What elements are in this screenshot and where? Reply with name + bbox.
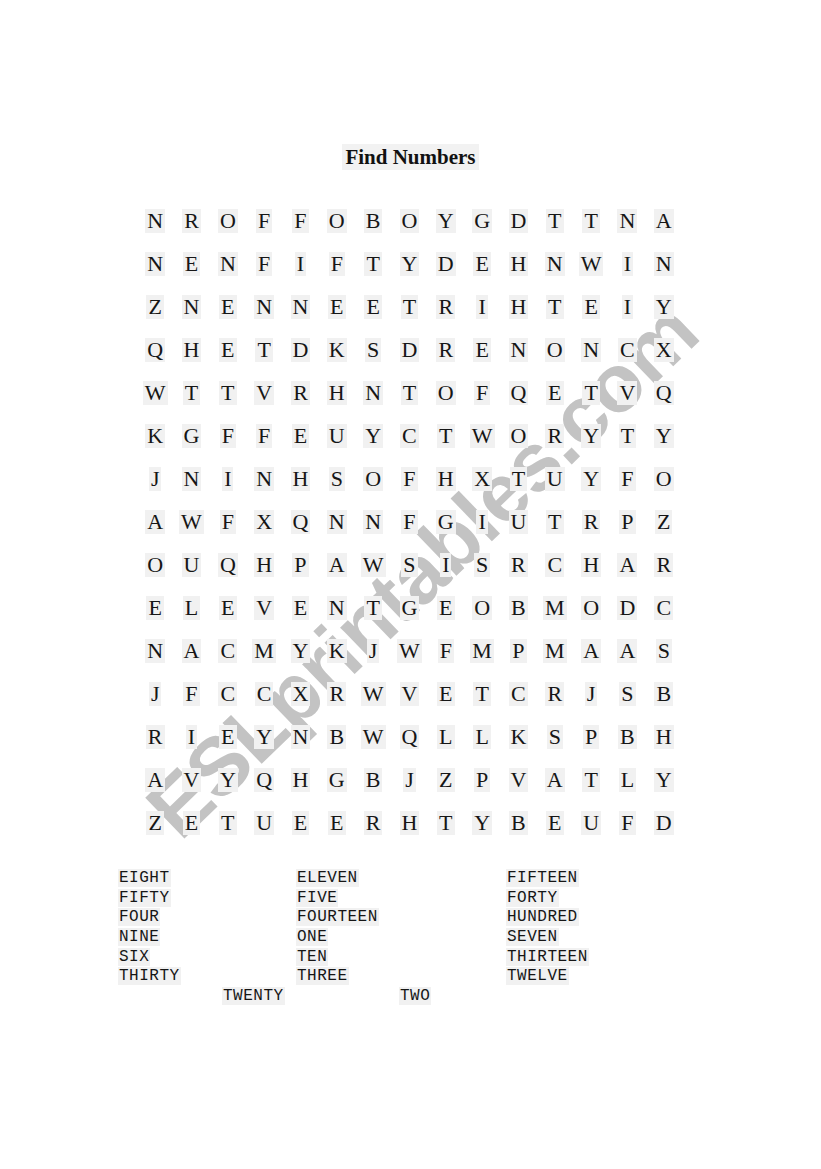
grid-cell[interactable]: H (282, 758, 318, 801)
cell-letter: J (149, 467, 162, 491)
grid-cell[interactable]: B (500, 586, 536, 629)
grid-cell[interactable]: T (428, 801, 464, 844)
grid-cell[interactable]: Y (646, 758, 682, 801)
grid-cell[interactable]: C (246, 672, 282, 715)
cell-letter: T (510, 467, 527, 491)
grid-cell[interactable]: I (464, 285, 500, 328)
cell-letter: B (364, 209, 383, 233)
cell-letter: C (400, 424, 419, 448)
grid-cell[interactable]: S (464, 543, 500, 586)
grid-cell[interactable]: J (137, 672, 173, 715)
grid-cell[interactable]: R (573, 500, 609, 543)
grid-cell[interactable]: A (646, 199, 682, 242)
grid-cell[interactable]: Y (464, 801, 500, 844)
cell-letter: W (579, 252, 604, 276)
grid-cell[interactable]: D (500, 199, 536, 242)
grid-cell[interactable]: N (173, 285, 209, 328)
grid-cell[interactable]: B (500, 801, 536, 844)
grid-cell[interactable]: E (173, 242, 209, 285)
grid-cell[interactable]: O (391, 199, 427, 242)
grid-cell[interactable]: E (573, 285, 609, 328)
grid-cell[interactable]: Y (210, 758, 246, 801)
grid-cell[interactable]: H (573, 543, 609, 586)
grid-cell[interactable]: T (609, 414, 645, 457)
cell-letter: E (473, 252, 490, 276)
grid-cell[interactable]: J (573, 672, 609, 715)
grid-cell[interactable]: S (646, 629, 682, 672)
grid-cell[interactable]: X (246, 500, 282, 543)
grid-cell[interactable]: H (319, 371, 355, 414)
grid-cell[interactable]: N (319, 500, 355, 543)
cell-letter: T (437, 424, 454, 448)
grid-cell[interactable]: M (537, 629, 573, 672)
grid-cell[interactable]: N (282, 715, 318, 758)
cell-letter: E (219, 596, 236, 620)
grid-cell[interactable]: R (428, 285, 464, 328)
grid-cell[interactable]: L (464, 715, 500, 758)
grid-cell[interactable]: S (355, 328, 391, 371)
grid-cell[interactable]: Q (646, 371, 682, 414)
grid-cell[interactable]: C (646, 586, 682, 629)
grid-cell[interactable]: G (464, 199, 500, 242)
word-list-row: FIVE (296, 889, 379, 909)
grid-cell[interactable]: V (246, 371, 282, 414)
cell-letter: A (545, 768, 565, 792)
grid-cell[interactable]: T (391, 371, 427, 414)
cell-letter: W (361, 725, 386, 749)
cell-letter: T (546, 510, 563, 534)
grid-cell[interactable]: C (609, 328, 645, 371)
cell-letter: T (546, 295, 563, 319)
grid-cell[interactable]: F (210, 414, 246, 457)
grid-cell[interactable]: F (173, 672, 209, 715)
word-item: ONE (296, 928, 328, 946)
grid-cell[interactable]: T (537, 285, 573, 328)
grid-cell[interactable]: M (537, 586, 573, 629)
cell-letter: I (476, 295, 487, 319)
grid-cell[interactable]: Q (282, 500, 318, 543)
word-item: FOURTEEN (296, 908, 379, 926)
grid-cell[interactable]: F (210, 500, 246, 543)
grid-cell[interactable]: N (137, 242, 173, 285)
grid-cell[interactable]: G (428, 500, 464, 543)
grid-cell[interactable]: T (391, 285, 427, 328)
grid-cell[interactable]: E (210, 285, 246, 328)
grid-cell[interactable]: T (210, 371, 246, 414)
cell-letter: J (403, 768, 416, 792)
grid-cell[interactable]: V (246, 586, 282, 629)
grid-cell[interactable]: F (282, 199, 318, 242)
grid-cell[interactable]: G (391, 586, 427, 629)
cell-letter: G (327, 768, 347, 792)
cell-letter: E (473, 338, 490, 362)
grid-cell[interactable]: Z (137, 285, 173, 328)
grid-cell[interactable]: F (609, 457, 645, 500)
grid-cell[interactable]: N (246, 285, 282, 328)
grid-cell[interactable]: K (500, 715, 536, 758)
grid-cell[interactable]: E (282, 801, 318, 844)
grid-cell[interactable]: K (319, 328, 355, 371)
grid-cell[interactable]: I (210, 457, 246, 500)
word-list-column-2: ELEVENFIVEFOURTEENONETENTHREE (296, 869, 379, 987)
grid-cell[interactable]: A (137, 500, 173, 543)
grid-cell[interactable]: T (464, 672, 500, 715)
grid-cell[interactable]: B (319, 715, 355, 758)
grid-cell[interactable]: W (355, 715, 391, 758)
word-list-row: FOUR (118, 908, 181, 928)
grid-cell[interactable]: O (646, 457, 682, 500)
cell-letter: T (619, 424, 636, 448)
grid-cell[interactable]: B (609, 715, 645, 758)
grid-cell[interactable]: Q (246, 758, 282, 801)
grid-cell[interactable]: Y (246, 715, 282, 758)
grid-cell[interactable]: G (173, 414, 209, 457)
grid-cell[interactable]: C (500, 672, 536, 715)
grid-cell[interactable]: O (500, 414, 536, 457)
cell-letter: Y (581, 467, 601, 491)
grid-cell[interactable]: T (355, 586, 391, 629)
grid-cell[interactable]: G (319, 758, 355, 801)
grid-cell[interactable]: E (137, 586, 173, 629)
grid-cell[interactable]: H (500, 285, 536, 328)
cell-letter: I (222, 467, 233, 491)
grid-cell[interactable]: U (537, 457, 573, 500)
grid-cell[interactable]: Z (137, 801, 173, 844)
word-item: FORTY (506, 889, 559, 907)
grid-cell[interactable]: P (464, 758, 500, 801)
grid-cell[interactable]: V (173, 758, 209, 801)
grid-cell[interactable]: X (646, 328, 682, 371)
cell-letter: F (220, 510, 236, 534)
grid-cell[interactable]: E (537, 371, 573, 414)
grid-cell[interactable]: F (246, 414, 282, 457)
grid-cell[interactable]: N (537, 242, 573, 285)
grid-cell[interactable]: D (428, 242, 464, 285)
cell-letter: F (401, 467, 417, 491)
cell-letter: U (581, 811, 601, 835)
grid-cell[interactable]: R (173, 199, 209, 242)
grid-cell[interactable]: Y (573, 414, 609, 457)
grid-cell[interactable]: T (573, 758, 609, 801)
grid-cell[interactable]: Y (646, 414, 682, 457)
cell-letter: B (327, 725, 346, 749)
grid-cell[interactable]: W (137, 371, 173, 414)
grid-cell[interactable]: J (137, 457, 173, 500)
cell-letter: O (400, 209, 420, 233)
grid-cell[interactable]: R (500, 543, 536, 586)
grid-cell[interactable]: E (210, 586, 246, 629)
cell-letter: S (365, 338, 381, 362)
grid-cell[interactable]: N (210, 242, 246, 285)
grid-cell[interactable]: T (537, 199, 573, 242)
grid-cell[interactable]: D (282, 328, 318, 371)
grid-cell[interactable]: C (210, 629, 246, 672)
grid-cell[interactable]: E (319, 285, 355, 328)
grid-cell[interactable]: E (464, 328, 500, 371)
cell-letter: H (654, 725, 674, 749)
cell-letter: H (254, 553, 274, 577)
grid-cell[interactable]: U (573, 801, 609, 844)
grid-cell[interactable]: F (319, 242, 355, 285)
grid-cell[interactable]: D (646, 801, 682, 844)
grid-cell[interactable]: P (573, 715, 609, 758)
grid-cell[interactable]: W (391, 629, 427, 672)
grid-cell[interactable]: O (319, 199, 355, 242)
grid-cell[interactable]: C (210, 672, 246, 715)
grid-cell[interactable]: A (173, 629, 209, 672)
grid-cell[interactable]: N (246, 457, 282, 500)
grid-cell[interactable]: A (573, 629, 609, 672)
grid-cell[interactable]: B (646, 672, 682, 715)
grid-cell[interactable]: O (428, 371, 464, 414)
grid-cell[interactable]: E (355, 285, 391, 328)
grid-cell[interactable]: N (173, 457, 209, 500)
grid-cell[interactable]: E (319, 801, 355, 844)
grid-cell[interactable]: T (246, 328, 282, 371)
grid-cell[interactable]: T (573, 199, 609, 242)
word-item: HUNDRED (506, 908, 579, 926)
cell-letter: C (618, 338, 637, 362)
grid-cell[interactable]: E (428, 672, 464, 715)
cell-letter: T (183, 381, 200, 405)
grid-cell[interactable]: N (282, 285, 318, 328)
cell-letter: T (219, 811, 236, 835)
grid-cell[interactable]: N (646, 242, 682, 285)
grid-cell[interactable]: N (355, 500, 391, 543)
grid-cell[interactable]: E (210, 328, 246, 371)
grid-cell[interactable]: E (537, 801, 573, 844)
grid-cell[interactable]: C (391, 414, 427, 457)
grid-cell[interactable]: S (609, 672, 645, 715)
grid-cell[interactable]: R (137, 715, 173, 758)
cell-letter: A (581, 639, 601, 663)
grid-cell[interactable]: B (355, 758, 391, 801)
grid-cell[interactable]: V (391, 672, 427, 715)
grid-cell[interactable]: X (464, 457, 500, 500)
cell-letter: Y (291, 639, 311, 663)
grid-cell[interactable]: T (537, 500, 573, 543)
grid-cell[interactable]: P (609, 500, 645, 543)
grid-cell[interactable]: D (609, 586, 645, 629)
cell-letter: E (292, 596, 309, 620)
grid-cell[interactable]: E (210, 715, 246, 758)
grid-cell[interactable]: R (537, 414, 573, 457)
grid-cell[interactable]: N (609, 199, 645, 242)
grid-cell[interactable]: U (246, 801, 282, 844)
cell-letter: Q (145, 338, 165, 362)
grid-cell[interactable]: R (355, 801, 391, 844)
grid-cell[interactable]: M (246, 629, 282, 672)
cell-letter: P (583, 725, 599, 749)
grid-cell[interactable]: V (609, 371, 645, 414)
grid-cell[interactable]: S (319, 457, 355, 500)
grid-cell[interactable]: E (282, 414, 318, 457)
grid-cell[interactable]: H (282, 457, 318, 500)
grid-cell[interactable]: W (573, 242, 609, 285)
grid-cell[interactable]: F (391, 457, 427, 500)
grid-cell[interactable]: N (355, 371, 391, 414)
grid-cell[interactable]: O (573, 586, 609, 629)
grid-cell[interactable]: T (355, 242, 391, 285)
grid-cell[interactable]: Y (573, 457, 609, 500)
grid-cell[interactable]: O (137, 543, 173, 586)
grid-cell[interactable]: T (500, 457, 536, 500)
cell-letter: T (219, 381, 236, 405)
grid-cell[interactable]: T (428, 414, 464, 457)
grid-cell[interactable]: F (246, 199, 282, 242)
grid-cell[interactable]: H (428, 457, 464, 500)
grid-cell[interactable]: X (282, 672, 318, 715)
grid-cell[interactable]: F (609, 801, 645, 844)
word-list-row: ELEVEN (296, 869, 379, 889)
grid-cell[interactable]: W (464, 414, 500, 457)
grid-cell[interactable]: L (173, 586, 209, 629)
cell-letter: H (400, 811, 420, 835)
grid-cell[interactable]: P (500, 629, 536, 672)
grid-cell[interactable]: H (173, 328, 209, 371)
cell-letter: W (143, 381, 168, 405)
cell-letter: E (219, 295, 236, 319)
grid-cell[interactable]: L (428, 715, 464, 758)
grid-cell[interactable]: U (319, 414, 355, 457)
cell-letter: M (252, 639, 276, 663)
grid-cell[interactable]: A (537, 758, 573, 801)
grid-cell[interactable]: Y (282, 629, 318, 672)
grid-cell[interactable]: P (282, 543, 318, 586)
cell-letter: N (182, 295, 202, 319)
grid-cell[interactable]: E (428, 586, 464, 629)
grid-cell[interactable]: D (391, 328, 427, 371)
cell-letter: C (218, 682, 237, 706)
grid-cell[interactable]: Q (500, 371, 536, 414)
grid-cell[interactable]: O (464, 586, 500, 629)
grid-cell[interactable]: F (464, 371, 500, 414)
word-list: EIGHTFIFTYFOURNINESIXTHIRTY ELEVENFIVEFO… (118, 869, 678, 1019)
grid-cell[interactable]: O (537, 328, 573, 371)
grid-cell[interactable]: Q (210, 543, 246, 586)
grid-cell[interactable]: H (391, 801, 427, 844)
grid-cell[interactable]: I (428, 543, 464, 586)
cell-letter: Z (437, 768, 454, 792)
grid-cell[interactable]: V (500, 758, 536, 801)
grid-cell[interactable]: I (609, 242, 645, 285)
grid-cell[interactable]: L (609, 758, 645, 801)
grid-cell[interactable]: F (428, 629, 464, 672)
grid-cell[interactable]: A (609, 543, 645, 586)
grid-cell[interactable]: Y (428, 199, 464, 242)
grid-cell[interactable]: Y (391, 242, 427, 285)
word-item: THIRTEEN (506, 948, 589, 966)
grid-cell[interactable]: A (609, 629, 645, 672)
grid-cell[interactable]: Y (355, 414, 391, 457)
grid-cell[interactable]: S (537, 715, 573, 758)
cell-letter: M (543, 639, 567, 663)
grid-cell[interactable]: O (210, 199, 246, 242)
grid-cell[interactable]: K (137, 414, 173, 457)
word-list-row: SIX (118, 948, 181, 968)
cell-letter: T (364, 252, 381, 276)
grid-cell[interactable]: M (464, 629, 500, 672)
grid-cell[interactable]: B (355, 199, 391, 242)
grid-cell[interactable]: I (173, 715, 209, 758)
grid-cell[interactable]: R (537, 672, 573, 715)
cell-letter: E (437, 596, 454, 620)
grid-cell[interactable]: R (319, 672, 355, 715)
grid-cell[interactable]: H (500, 242, 536, 285)
cell-letter: R (509, 553, 528, 577)
grid-cell[interactable]: N (137, 199, 173, 242)
grid-cell[interactable]: N (319, 586, 355, 629)
grid-cell[interactable]: T (173, 371, 209, 414)
cell-letter: Y (400, 252, 420, 276)
grid-cell[interactable]: S (391, 543, 427, 586)
cell-letter: R (291, 381, 310, 405)
grid-cell[interactable]: K (319, 629, 355, 672)
grid-cell[interactable]: I (282, 242, 318, 285)
word-item: NINE (118, 928, 160, 946)
grid-cell[interactable]: T (573, 371, 609, 414)
grid-cell[interactable]: U (500, 500, 536, 543)
grid-cell[interactable]: A (319, 543, 355, 586)
grid-cell[interactable]: F (246, 242, 282, 285)
grid-cell[interactable]: A (137, 758, 173, 801)
grid-cell[interactable]: W (355, 543, 391, 586)
cell-letter: R (582, 510, 601, 534)
cell-letter: G (182, 424, 202, 448)
cell-letter: Q (291, 510, 311, 534)
grid-cell[interactable]: R (646, 543, 682, 586)
cell-letter: Q (509, 381, 529, 405)
grid-cell[interactable]: Z (428, 758, 464, 801)
word-item: THREE (296, 967, 349, 985)
grid-cell[interactable]: Y (646, 285, 682, 328)
grid-cell[interactable]: F (391, 500, 427, 543)
grid-cell[interactable]: H (246, 543, 282, 586)
grid-cell[interactable]: O (355, 457, 391, 500)
grid-cell[interactable]: W (173, 500, 209, 543)
grid-cell[interactable]: R (282, 371, 318, 414)
grid-cell[interactable]: T (210, 801, 246, 844)
grid-cell[interactable]: U (173, 543, 209, 586)
grid-cell[interactable]: Z (646, 500, 682, 543)
grid-cell[interactable]: J (391, 758, 427, 801)
grid-cell[interactable]: R (428, 328, 464, 371)
word-item: FIFTY (118, 889, 171, 907)
grid-cell[interactable]: E (282, 586, 318, 629)
grid-cell[interactable]: Q (137, 328, 173, 371)
grid-cell[interactable]: Q (391, 715, 427, 758)
grid-cell[interactable]: E (173, 801, 209, 844)
grid-cell[interactable]: I (609, 285, 645, 328)
cell-letter: C (255, 682, 274, 706)
grid-cell[interactable]: N (137, 629, 173, 672)
word-item: FIFTEEN (506, 869, 579, 887)
grid-cell[interactable]: W (355, 672, 391, 715)
cell-letter: B (618, 725, 637, 749)
cell-letter: Y (654, 768, 674, 792)
grid-cell[interactable]: E (464, 242, 500, 285)
cell-letter: N (363, 510, 383, 534)
grid-cell[interactable]: N (573, 328, 609, 371)
grid-cell[interactable]: H (646, 715, 682, 758)
grid-cell[interactable]: I (464, 500, 500, 543)
grid-cell[interactable]: C (537, 543, 573, 586)
cell-letter: U (545, 467, 565, 491)
grid-cell[interactable]: J (355, 629, 391, 672)
cell-letter: M (543, 596, 567, 620)
cell-letter: N (581, 338, 601, 362)
grid-cell[interactable]: N (500, 328, 536, 371)
